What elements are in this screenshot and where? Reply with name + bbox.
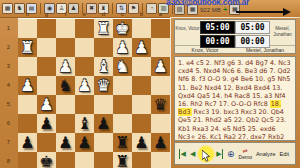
piece-white-king: ♚ (113, 19, 132, 38)
edit-button[interactable]: Edit (280, 151, 291, 157)
square-d1[interactable]: ♜ (94, 19, 113, 38)
square-f2[interactable] (56, 38, 75, 57)
player-name-left: Knox, Victor (175, 20, 200, 45)
piece-black-bishop: ♝ (75, 114, 94, 133)
piece-white-knight: ♞ (113, 57, 132, 76)
square-a3[interactable]: ♟ (151, 57, 170, 76)
square-e6[interactable]: ♝ (75, 114, 94, 133)
square-a5[interactable]: ♛ (151, 95, 170, 114)
demo-label: Demo (239, 154, 252, 160)
rank-label-7: 7 (0, 133, 17, 152)
square-e1[interactable] (75, 19, 94, 38)
square-d6[interactable]: ♟ (94, 114, 113, 133)
square-g3[interactable] (37, 57, 56, 76)
square-d2[interactable] (94, 38, 113, 57)
piece-black-pawn: ♟ (18, 133, 37, 152)
square-f5[interactable] (56, 95, 75, 114)
file-label-a: a (151, 11, 170, 18)
mouse-cursor-icon (202, 150, 211, 162)
square-g7[interactable] (37, 133, 56, 152)
square-e7[interactable]: ♟ (75, 133, 94, 152)
square-f4[interactable]: ♞ (56, 76, 75, 95)
white-clock-main: 05:00 (235, 21, 270, 34)
piece-black-pawn: ♟ (151, 133, 170, 152)
square-h1[interactable] (18, 19, 37, 38)
piece-white-pawn: ♟ (56, 57, 75, 76)
square-c7[interactable]: ♜ (113, 133, 132, 152)
file-label-g: g (37, 11, 56, 18)
square-e2[interactable] (75, 38, 94, 57)
piece-black-pawn: ♟ (94, 114, 113, 133)
file-label-d: d (94, 11, 113, 18)
square-b3[interactable] (132, 57, 151, 76)
square-f7[interactable]: ♟ (56, 133, 75, 152)
piece-white-pawn: ♟ (37, 95, 56, 114)
square-f8[interactable] (56, 152, 75, 168)
square-a4[interactable] (151, 76, 170, 95)
chess-app-window: ▦♞▤◉♙♟✖♜⇅⚑◔▥ ▨▦ 922 MB + ▦ a3o3@outlook.… (0, 0, 300, 168)
player-name-right: Mestel, Jonathan (270, 20, 295, 45)
rank-label-6: 6 (0, 114, 17, 133)
rank-label-8: 8 (0, 152, 17, 168)
go-to-start-button[interactable]: ◀ (179, 149, 186, 159)
square-b6[interactable] (132, 114, 151, 133)
square-g5[interactable]: ♟ (37, 95, 56, 114)
square-f1[interactable] (56, 19, 75, 38)
square-h6[interactable] (18, 114, 37, 133)
square-e8[interactable] (75, 152, 94, 168)
square-d7[interactable] (94, 133, 113, 152)
square-e4[interactable]: ♟ (75, 76, 94, 95)
square-c3[interactable]: ♞ (113, 57, 132, 76)
analyze-button[interactable]: Analyze (256, 151, 276, 157)
rank-label-5: 5 (0, 95, 17, 114)
square-f6[interactable] (56, 114, 75, 133)
piece-black-king: ♚ (37, 152, 56, 168)
square-d3[interactable]: ♝ (94, 57, 113, 76)
piece-black-pawn: ♟ (132, 133, 151, 152)
black-clock-main: 05:00 (200, 21, 235, 34)
square-b2[interactable]: ♟ (132, 38, 151, 57)
square-e3[interactable] (75, 57, 94, 76)
square-a8[interactable] (151, 152, 170, 168)
square-c2[interactable]: ♟ (113, 38, 132, 57)
watermark-email: a3o3@outlook.com.ar (166, 0, 249, 7)
square-a1[interactable] (151, 19, 170, 38)
square-g2[interactable] (37, 38, 56, 57)
demo-button[interactable]: ⇄ Demo (239, 148, 252, 160)
piece-white-queen: ♛ (94, 76, 113, 95)
square-h8[interactable] (18, 152, 37, 168)
rank-label-2: 2 (0, 38, 17, 57)
white-clock: 05:00 00:00 (235, 20, 270, 45)
file-label-h: h (18, 11, 37, 18)
piece-black-knight: ♞ (56, 76, 75, 95)
square-a7[interactable]: ♟ (151, 133, 170, 152)
right-panel: Knox, Victor 05:00 00:00 05:00 00:00 Mes… (170, 17, 300, 168)
bottom-name-left: Knox, Victor (175, 46, 235, 54)
bottom-name-right: Mestel, Jonathan (235, 46, 295, 54)
piece-white-bishop: ♝ (94, 57, 113, 76)
square-h4[interactable]: ♟ (18, 76, 37, 95)
square-g4[interactable] (37, 76, 56, 95)
square-d8[interactable] (94, 152, 113, 168)
annotation-arrow-icon (236, 11, 284, 13)
square-a6[interactable] (151, 114, 170, 133)
square-g8[interactable]: ♚ (37, 152, 56, 168)
square-g6[interactable]: ♟ (37, 114, 56, 133)
square-b1[interactable] (132, 19, 151, 38)
clock-panel: Knox, Victor 05:00 00:00 05:00 00:00 Mes… (174, 19, 296, 54)
piece-black-pawn: ♟ (56, 133, 75, 152)
piece-white-pawn: ♟ (151, 57, 170, 76)
square-b4[interactable] (132, 76, 151, 95)
rank-label-3: 3 (0, 57, 17, 76)
piece-black-pawn: ♟ (37, 114, 56, 133)
chess-board[interactable]: ♜♚♜♟♟♟♝♞♟♟♞♟♛♟♛♟♝♟♟♟♟♜♟♟♚♜ (18, 18, 170, 168)
previous-move-button[interactable]: ◀ (190, 149, 195, 159)
rank-label-1: 1 (0, 19, 17, 38)
square-f3[interactable]: ♟ (56, 57, 75, 76)
playback-controls: ◀ ◀ ▶ ▶ ⊕ ⇄ Demo Analyze Edit (174, 142, 296, 165)
go-to-end-button[interactable]: ▶ (216, 149, 223, 159)
piece-black-queen: ♛ (151, 95, 170, 114)
piece-black-rook: ♜ (113, 133, 132, 152)
square-d4[interactable]: ♛ (94, 76, 113, 95)
piece-white-pawn: ♟ (18, 76, 37, 95)
square-h5[interactable] (18, 95, 37, 114)
rank-label-4: 4 (0, 76, 17, 95)
new-board-icon[interactable]: ▦ (2, 3, 13, 14)
square-h7[interactable]: ♟ (18, 133, 37, 152)
square-c8[interactable]: ♜ (113, 152, 132, 168)
piece-white-rook: ♜ (94, 19, 113, 38)
square-b5[interactable] (132, 95, 151, 114)
piece-white-pawn: ♟ (132, 38, 151, 57)
square-g1[interactable] (37, 19, 56, 38)
piece-black-pawn: ♟ (75, 133, 94, 152)
square-b7[interactable]: ♟ (132, 133, 151, 152)
square-c4[interactable] (113, 76, 132, 95)
rank-labels: 12345678 (0, 19, 17, 168)
square-a2[interactable] (151, 38, 170, 57)
square-b8[interactable] (132, 152, 151, 168)
black-clock: 05:00 00:00 (200, 20, 235, 45)
square-h3[interactable] (18, 57, 37, 76)
square-e5[interactable] (75, 95, 94, 114)
file-label-b: b (132, 11, 151, 18)
file-label-f: f (56, 11, 75, 18)
globe-icon[interactable]: ⊕ (227, 149, 235, 159)
piece-black-rook: ♜ (113, 152, 132, 168)
file-label-c: c (113, 11, 132, 18)
piece-white-pawn: ♟ (75, 76, 94, 95)
square-c1[interactable]: ♚ (113, 19, 132, 38)
square-c6[interactable] (113, 114, 132, 133)
piece-white-pawn: ♟ (113, 38, 132, 57)
memory-indicator: 922 MB (200, 7, 221, 13)
square-d5[interactable] (94, 95, 113, 114)
notation-panel[interactable]: 1. e4 c5 2. Nf3 g6 3. d4 Bg7 4. Nc3 cxd4… (174, 56, 296, 141)
square-h2[interactable]: ♜ (18, 38, 37, 57)
piece-white-rook: ♜ (18, 38, 37, 57)
file-labels: hgfedcba (18, 11, 170, 18)
file-label-e: e (75, 11, 94, 18)
square-c5[interactable] (113, 95, 132, 114)
